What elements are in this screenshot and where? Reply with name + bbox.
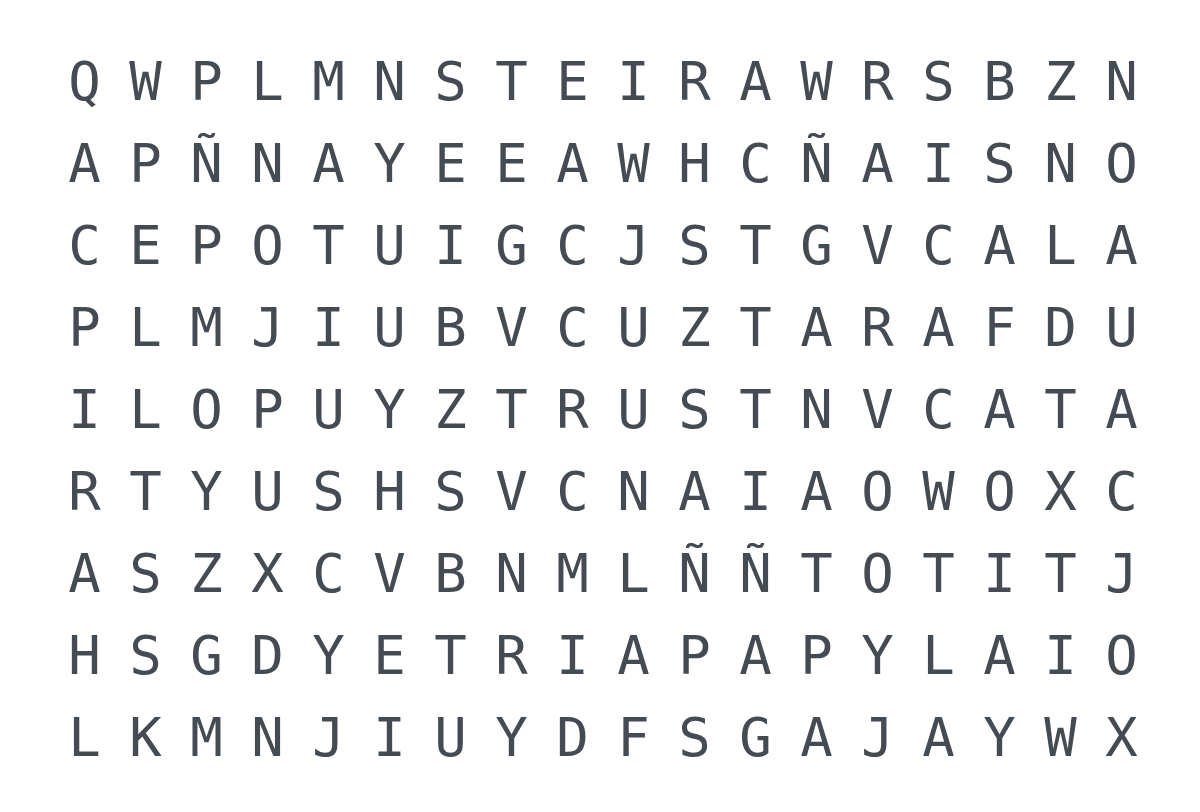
letter-cell[interactable]: T bbox=[908, 533, 969, 615]
letter-cell[interactable]: Y bbox=[481, 697, 542, 779]
letter-cell[interactable]: U bbox=[237, 451, 298, 533]
letter-cell[interactable]: A bbox=[298, 123, 359, 205]
letter-cell[interactable]: Z bbox=[1030, 41, 1091, 123]
letter-cell[interactable]: I bbox=[1030, 615, 1091, 697]
letter-cell[interactable]: L bbox=[908, 615, 969, 697]
letter-cell[interactable]: O bbox=[237, 205, 298, 287]
letter-cell[interactable]: Y bbox=[176, 451, 237, 533]
letter-cell[interactable]: L bbox=[115, 369, 176, 451]
letter-cell[interactable]: A bbox=[908, 287, 969, 369]
letter-cell[interactable]: S bbox=[298, 451, 359, 533]
letter-cell[interactable]: O bbox=[847, 451, 908, 533]
letter-cell[interactable]: J bbox=[237, 287, 298, 369]
letter-cell[interactable]: P bbox=[786, 615, 847, 697]
letter-cell[interactable]: W bbox=[908, 451, 969, 533]
letter-cell[interactable]: I bbox=[420, 205, 481, 287]
letter-cell[interactable]: S bbox=[664, 697, 725, 779]
letter-cell[interactable]: C bbox=[542, 205, 603, 287]
letter-cell[interactable]: I bbox=[908, 123, 969, 205]
letter-cell[interactable]: O bbox=[1091, 123, 1152, 205]
letter-cell[interactable]: I bbox=[969, 533, 1030, 615]
letter-cell[interactable]: F bbox=[969, 287, 1030, 369]
letter-cell[interactable]: C bbox=[542, 287, 603, 369]
letter-cell[interactable]: S bbox=[664, 369, 725, 451]
letter-cell[interactable]: N bbox=[237, 697, 298, 779]
letter-cell[interactable]: R bbox=[481, 615, 542, 697]
letter-cell[interactable]: L bbox=[54, 697, 115, 779]
letter-cell[interactable]: T bbox=[481, 369, 542, 451]
letter-cell[interactable]: D bbox=[237, 615, 298, 697]
letter-cell[interactable]: S bbox=[115, 615, 176, 697]
letter-cell[interactable]: M bbox=[542, 533, 603, 615]
letter-cell[interactable]: W bbox=[603, 123, 664, 205]
letter-cell[interactable]: A bbox=[725, 41, 786, 123]
letter-cell[interactable]: T bbox=[115, 451, 176, 533]
letter-cell[interactable]: G bbox=[786, 205, 847, 287]
letter-cell[interactable]: S bbox=[115, 533, 176, 615]
letter-cell[interactable]: B bbox=[969, 41, 1030, 123]
letter-cell[interactable]: U bbox=[298, 369, 359, 451]
letter-cell[interactable]: A bbox=[725, 615, 786, 697]
letter-cell[interactable]: N bbox=[481, 533, 542, 615]
letter-cell[interactable]: A bbox=[786, 697, 847, 779]
letter-cell[interactable]: C bbox=[542, 451, 603, 533]
letter-cell[interactable]: U bbox=[420, 697, 481, 779]
letter-cell[interactable]: N bbox=[359, 41, 420, 123]
letter-cell[interactable]: T bbox=[1030, 369, 1091, 451]
letter-cell[interactable]: R bbox=[54, 451, 115, 533]
letter-cell[interactable]: S bbox=[420, 41, 481, 123]
letter-cell[interactable]: L bbox=[603, 533, 664, 615]
letter-cell[interactable]: F bbox=[603, 697, 664, 779]
letter-cell[interactable]: A bbox=[54, 123, 115, 205]
letter-cell[interactable]: G bbox=[176, 615, 237, 697]
letter-cell[interactable]: T bbox=[481, 41, 542, 123]
letter-cell[interactable]: Y bbox=[359, 123, 420, 205]
letter-cell[interactable]: T bbox=[725, 287, 786, 369]
letter-cell[interactable]: H bbox=[664, 123, 725, 205]
letter-cell[interactable]: C bbox=[908, 205, 969, 287]
letter-cell[interactable]: I bbox=[54, 369, 115, 451]
letter-cell[interactable]: A bbox=[847, 123, 908, 205]
letter-cell[interactable]: S bbox=[969, 123, 1030, 205]
letter-cell[interactable]: G bbox=[481, 205, 542, 287]
letter-cell[interactable]: J bbox=[603, 205, 664, 287]
letter-cell[interactable]: T bbox=[298, 205, 359, 287]
letter-cell[interactable]: X bbox=[1091, 697, 1152, 779]
letter-cell[interactable]: Y bbox=[847, 615, 908, 697]
letter-cell[interactable]: L bbox=[115, 287, 176, 369]
letter-cell[interactable]: A bbox=[664, 451, 725, 533]
letter-cell[interactable]: E bbox=[542, 41, 603, 123]
letter-cell[interactable]: A bbox=[969, 205, 1030, 287]
letter-cell[interactable]: O bbox=[847, 533, 908, 615]
letter-cell[interactable]: T bbox=[1030, 533, 1091, 615]
letter-cell[interactable]: Ñ bbox=[725, 533, 786, 615]
letter-cell[interactable]: C bbox=[298, 533, 359, 615]
letter-cell[interactable]: Q bbox=[54, 41, 115, 123]
letter-cell[interactable]: A bbox=[969, 369, 1030, 451]
letter-cell[interactable]: A bbox=[1091, 369, 1152, 451]
letter-cell[interactable]: I bbox=[603, 41, 664, 123]
letter-cell[interactable]: E bbox=[359, 615, 420, 697]
letter-cell[interactable]: Z bbox=[176, 533, 237, 615]
letter-cell[interactable]: A bbox=[1091, 205, 1152, 287]
letter-cell[interactable]: E bbox=[115, 205, 176, 287]
letter-cell[interactable]: I bbox=[725, 451, 786, 533]
letter-cell[interactable]: U bbox=[359, 205, 420, 287]
letter-cell[interactable]: U bbox=[603, 287, 664, 369]
letter-cell[interactable]: P bbox=[115, 123, 176, 205]
letter-cell[interactable]: T bbox=[786, 533, 847, 615]
letter-cell[interactable]: N bbox=[1030, 123, 1091, 205]
letter-cell[interactable]: J bbox=[1091, 533, 1152, 615]
letter-cell[interactable]: X bbox=[237, 533, 298, 615]
letter-cell[interactable]: S bbox=[908, 41, 969, 123]
letter-cell[interactable]: P bbox=[176, 205, 237, 287]
letter-cell[interactable]: M bbox=[298, 41, 359, 123]
letter-cell[interactable]: R bbox=[664, 41, 725, 123]
letter-cell[interactable]: Ñ bbox=[176, 123, 237, 205]
letter-cell[interactable]: V bbox=[847, 205, 908, 287]
letter-cell[interactable]: A bbox=[786, 451, 847, 533]
letter-cell[interactable]: Ñ bbox=[786, 123, 847, 205]
word-search-screen: QWPLMNSTEIRAWRSBZNAPÑNAYEEAWHCÑAISNOCEPO… bbox=[0, 0, 1200, 812]
letter-cell[interactable]: N bbox=[603, 451, 664, 533]
letter-cell[interactable]: U bbox=[359, 287, 420, 369]
letter-cell[interactable]: C bbox=[725, 123, 786, 205]
letter-cell[interactable]: J bbox=[298, 697, 359, 779]
letter-cell[interactable]: M bbox=[176, 697, 237, 779]
letter-cell[interactable]: A bbox=[786, 287, 847, 369]
letter-cell[interactable]: Ñ bbox=[664, 533, 725, 615]
letter-cell[interactable]: E bbox=[481, 123, 542, 205]
letter-cell[interactable]: L bbox=[1030, 205, 1091, 287]
letter-cell[interactable]: M bbox=[176, 287, 237, 369]
letter-cell[interactable]: E bbox=[420, 123, 481, 205]
letter-cell[interactable]: V bbox=[359, 533, 420, 615]
letter-cell[interactable]: N bbox=[237, 123, 298, 205]
letter-cell[interactable]: W bbox=[786, 41, 847, 123]
letter-cell[interactable]: C bbox=[908, 369, 969, 451]
letter-cell[interactable]: R bbox=[847, 41, 908, 123]
letter-cell[interactable]: W bbox=[115, 41, 176, 123]
letter-cell[interactable]: T bbox=[725, 369, 786, 451]
letter-cell[interactable]: V bbox=[847, 369, 908, 451]
letter-cell[interactable]: I bbox=[298, 287, 359, 369]
letter-cell[interactable]: V bbox=[481, 287, 542, 369]
letter-cell[interactable]: P bbox=[176, 41, 237, 123]
letter-cell[interactable]: T bbox=[420, 615, 481, 697]
letter-cell[interactable]: A bbox=[54, 533, 115, 615]
letter-cell[interactable]: U bbox=[1091, 287, 1152, 369]
letter-cell[interactable]: H bbox=[54, 615, 115, 697]
letter-cell[interactable]: Y bbox=[359, 369, 420, 451]
letter-cell[interactable]: H bbox=[359, 451, 420, 533]
letter-cell[interactable]: U bbox=[603, 369, 664, 451]
letter-cell[interactable]: N bbox=[786, 369, 847, 451]
letter-cell[interactable]: C bbox=[1091, 451, 1152, 533]
letter-cell[interactable]: S bbox=[420, 451, 481, 533]
letter-cell[interactable]: A bbox=[542, 123, 603, 205]
letter-cell[interactable]: B bbox=[420, 533, 481, 615]
letter-cell[interactable]: D bbox=[1030, 287, 1091, 369]
letter-cell[interactable]: B bbox=[420, 287, 481, 369]
letter-cell[interactable]: W bbox=[1030, 697, 1091, 779]
letter-cell[interactable]: O bbox=[176, 369, 237, 451]
letter-cell[interactable]: D bbox=[542, 697, 603, 779]
letter-cell[interactable]: Z bbox=[664, 287, 725, 369]
letter-cell[interactable]: O bbox=[1091, 615, 1152, 697]
letter-cell[interactable]: R bbox=[542, 369, 603, 451]
letter-cell[interactable]: T bbox=[725, 205, 786, 287]
letter-cell[interactable]: A bbox=[603, 615, 664, 697]
letter-cell[interactable]: I bbox=[542, 615, 603, 697]
letter-cell[interactable]: I bbox=[359, 697, 420, 779]
letter-cell[interactable]: S bbox=[664, 205, 725, 287]
letter-cell[interactable]: J bbox=[847, 697, 908, 779]
letter-cell[interactable]: P bbox=[664, 615, 725, 697]
letter-cell[interactable]: Z bbox=[420, 369, 481, 451]
letter-cell[interactable]: R bbox=[847, 287, 908, 369]
letter-cell[interactable]: O bbox=[969, 451, 1030, 533]
letter-cell[interactable]: G bbox=[725, 697, 786, 779]
letter-cell[interactable]: L bbox=[237, 41, 298, 123]
letter-cell[interactable]: K bbox=[115, 697, 176, 779]
letter-cell[interactable]: P bbox=[237, 369, 298, 451]
letter-cell[interactable]: A bbox=[969, 615, 1030, 697]
letter-cell[interactable]: A bbox=[908, 697, 969, 779]
letter-cell[interactable]: X bbox=[1030, 451, 1091, 533]
letter-cell[interactable]: Y bbox=[298, 615, 359, 697]
letter-cell[interactable]: N bbox=[1091, 41, 1152, 123]
word-search-board: QWPLMNSTEIRAWRSBZNAPÑNAYEEAWHCÑAISNOCEPO… bbox=[54, 41, 1152, 779]
letter-cell[interactable]: Y bbox=[969, 697, 1030, 779]
letter-cell[interactable]: C bbox=[54, 205, 115, 287]
letter-cell[interactable]: P bbox=[54, 287, 115, 369]
letter-cell[interactable]: V bbox=[481, 451, 542, 533]
